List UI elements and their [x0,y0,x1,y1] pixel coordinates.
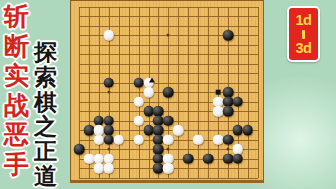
black-stone [163,87,174,98]
white-stone [143,87,154,98]
rank-badge: 1d 3d [287,6,320,62]
grid-line-vertical [178,7,179,178]
grid-line-vertical [198,7,199,178]
banner-char: 恶 [4,120,29,150]
white-stone [133,115,144,126]
title-banner-red: 斩断实战恶手 [1,2,32,179]
black-stone [103,77,114,88]
hoshi-point [167,148,170,151]
grid-line-vertical [208,7,209,178]
black-stone [233,153,244,164]
square-marker [216,90,221,95]
banner-char: 探 [34,40,57,65]
white-stone [173,125,184,136]
white-stone [103,163,114,174]
banner-char: 斩 [4,2,29,32]
black-stone [223,30,234,41]
rank-badge-top: 1d [296,13,312,28]
hoshi-point [226,148,229,151]
white-stone [133,96,144,107]
white-stone [103,30,114,41]
black-stone [183,153,194,164]
hoshi-point [167,34,170,37]
black-stone [223,106,234,117]
white-stone [113,134,124,145]
black-stone [74,144,85,155]
banner-char: 之 [34,114,57,139]
go-board-grid [79,7,258,178]
white-stone [163,134,174,145]
banner-char: 正 [34,139,57,164]
banner-char: 断 [4,32,29,62]
banner-char: 实 [4,61,29,91]
black-stone [223,134,234,145]
go-board [70,0,264,183]
hoshi-point [107,148,110,151]
video-thumbnail[interactable]: 斩断实战恶手 探索棋之正道 1d 3d [0,0,336,189]
grid-line-vertical [258,7,259,178]
black-stone [233,96,244,107]
black-stone [163,115,174,126]
white-stone [193,134,204,145]
grid-line-horizontal [79,178,258,179]
banner-char: 索 [34,65,57,90]
rank-divider [302,30,305,39]
banner-char: 棋 [34,90,57,115]
hoshi-point [107,91,110,94]
banner-char: 道 [34,164,57,189]
rank-badge-bottom: 3d [296,41,312,56]
grid-line-vertical [248,7,249,178]
black-stone [243,125,254,136]
banner-char: 手 [4,150,29,180]
banner-char: 战 [4,91,29,121]
triangle-marker [149,78,155,83]
black-stone [203,153,214,164]
white-stone [163,163,174,174]
white-stone [133,134,144,145]
title-banner-black: 探索棋之正道 [31,40,60,189]
grid-line-vertical [188,7,189,178]
